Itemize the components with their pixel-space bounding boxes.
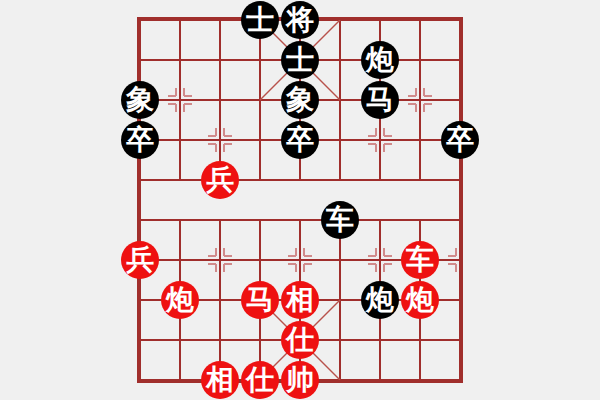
piece-red-cannon[interactable]: 炮 xyxy=(401,281,439,319)
piece-black-horse[interactable]: 马 xyxy=(361,81,399,119)
piece-black-advisor[interactable]: 士 xyxy=(281,41,319,79)
piece-red-advisor[interactable]: 仕 xyxy=(241,361,279,399)
xiangqi-board[interactable]: 士将士炮象象马卒卒卒车炮兵兵车炮马相炮仕相仕帅 xyxy=(120,0,480,400)
piece-red-elephant[interactable]: 相 xyxy=(281,281,319,319)
app-background: 士将士炮象象马卒卒卒车炮兵兵车炮马相炮仕相仕帅 xyxy=(0,0,600,400)
piece-red-elephant[interactable]: 相 xyxy=(201,361,239,399)
piece-red-chariot[interactable]: 车 xyxy=(401,241,439,279)
piece-black-cannon[interactable]: 炮 xyxy=(361,41,399,79)
piece-black-advisor[interactable]: 士 xyxy=(241,1,279,39)
piece-black-elephant[interactable]: 象 xyxy=(121,81,159,119)
piece-red-soldier[interactable]: 兵 xyxy=(201,161,239,199)
piece-black-cannon[interactable]: 炮 xyxy=(361,281,399,319)
piece-black-chariot[interactable]: 车 xyxy=(321,201,359,239)
piece-red-general[interactable]: 帅 xyxy=(281,361,319,399)
piece-red-cannon[interactable]: 炮 xyxy=(161,281,199,319)
piece-red-advisor[interactable]: 仕 xyxy=(281,321,319,359)
piece-black-soldier[interactable]: 卒 xyxy=(281,121,319,159)
piece-black-soldier[interactable]: 卒 xyxy=(441,121,479,159)
piece-black-general[interactable]: 将 xyxy=(281,1,319,39)
piece-red-soldier[interactable]: 兵 xyxy=(121,241,159,279)
piece-black-elephant[interactable]: 象 xyxy=(281,81,319,119)
piece-red-horse[interactable]: 马 xyxy=(241,281,279,319)
piece-black-soldier[interactable]: 卒 xyxy=(121,121,159,159)
